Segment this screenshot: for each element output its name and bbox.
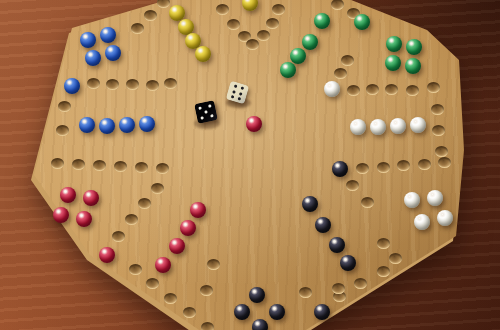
- marble-black[interactable]: [249, 287, 265, 303]
- board-hole[interactable]: [144, 10, 157, 21]
- board-hole[interactable]: [51, 158, 64, 169]
- marble-green[interactable]: [314, 13, 330, 29]
- board-hole[interactable]: [114, 161, 127, 172]
- marble-green[interactable]: [354, 14, 370, 30]
- marble-red[interactable]: [60, 187, 76, 203]
- marble-blue[interactable]: [79, 117, 95, 133]
- marble-blue[interactable]: [105, 45, 121, 61]
- die-pip: [204, 110, 208, 114]
- marble-green[interactable]: [280, 62, 296, 78]
- board-hole[interactable]: [385, 84, 398, 95]
- marble-red[interactable]: [246, 116, 262, 132]
- board-hole[interactable]: [341, 55, 354, 66]
- marble-blue[interactable]: [100, 27, 116, 43]
- marble-black[interactable]: [315, 217, 331, 233]
- marble-blue[interactable]: [64, 78, 80, 94]
- board-hole[interactable]: [377, 162, 390, 173]
- die-pip: [200, 116, 204, 120]
- marble-white[interactable]: [390, 118, 406, 134]
- board-hole[interactable]: [272, 4, 285, 15]
- board-hole[interactable]: [138, 198, 151, 209]
- marble-white[interactable]: [350, 119, 366, 135]
- marble-black[interactable]: [234, 304, 250, 320]
- die-pip: [210, 114, 214, 118]
- marble-red[interactable]: [99, 247, 115, 263]
- marble-white[interactable]: [370, 119, 386, 135]
- board-hole[interactable]: [129, 264, 142, 275]
- board-hole[interactable]: [201, 322, 214, 330]
- board-hole[interactable]: [331, 0, 344, 10]
- board-hole[interactable]: [58, 101, 71, 112]
- board-hole[interactable]: [354, 278, 367, 289]
- marble-green[interactable]: [302, 34, 318, 50]
- board-hole[interactable]: [227, 19, 240, 30]
- board-hole[interactable]: [435, 146, 448, 157]
- board-hole[interactable]: [377, 238, 390, 249]
- board-hole[interactable]: [299, 287, 312, 298]
- board-hole[interactable]: [361, 197, 374, 208]
- board-hole[interactable]: [164, 293, 177, 304]
- board-hole[interactable]: [112, 231, 125, 242]
- die-pip: [208, 104, 212, 108]
- die-black[interactable]: [194, 100, 218, 124]
- marble-green[interactable]: [385, 55, 401, 71]
- board-hole[interactable]: [406, 85, 419, 96]
- board-hole[interactable]: [157, 0, 170, 8]
- board-hole[interactable]: [438, 157, 451, 168]
- die-pip: [230, 94, 234, 98]
- marble-red[interactable]: [180, 220, 196, 236]
- board-hole[interactable]: [257, 30, 270, 41]
- marble-red[interactable]: [190, 202, 206, 218]
- marble-white[interactable]: [427, 190, 443, 206]
- board-hole[interactable]: [87, 78, 100, 89]
- marble-blue[interactable]: [139, 116, 155, 132]
- board-hole[interactable]: [131, 23, 144, 34]
- board-hole[interactable]: [346, 180, 359, 191]
- board-hole[interactable]: [146, 278, 159, 289]
- marble-green[interactable]: [386, 36, 402, 52]
- board-hole[interactable]: [56, 125, 69, 136]
- marble-green[interactable]: [290, 48, 306, 64]
- die-pip: [237, 96, 241, 100]
- board-hole[interactable]: [135, 162, 148, 173]
- marble-red[interactable]: [53, 207, 69, 223]
- marble-red[interactable]: [169, 238, 185, 254]
- board-hole[interactable]: [216, 4, 229, 15]
- board-hole[interactable]: [432, 125, 445, 136]
- board-hole[interactable]: [164, 78, 177, 89]
- marble-yellow[interactable]: [242, 0, 258, 11]
- board-hole[interactable]: [431, 104, 444, 115]
- board-scene: [0, 0, 500, 330]
- die-pip: [231, 89, 235, 93]
- marble-white[interactable]: [437, 210, 453, 226]
- board-hole[interactable]: [72, 159, 85, 170]
- board-hole[interactable]: [156, 163, 169, 174]
- marble-black[interactable]: [302, 196, 318, 212]
- marble-white[interactable]: [414, 214, 430, 230]
- die-pip: [198, 106, 202, 110]
- die-pip: [240, 86, 244, 90]
- marble-black[interactable]: [332, 161, 348, 177]
- board-hole[interactable]: [183, 307, 196, 318]
- die-pip: [233, 84, 237, 88]
- board-hole[interactable]: [377, 266, 390, 277]
- board-hole[interactable]: [332, 283, 345, 294]
- marble-black[interactable]: [340, 255, 356, 271]
- marble-red[interactable]: [83, 190, 99, 206]
- die-pip: [239, 91, 243, 95]
- board-hole[interactable]: [427, 82, 440, 93]
- marble-white[interactable]: [324, 81, 340, 97]
- board-hole[interactable]: [126, 79, 139, 90]
- marble-green[interactable]: [405, 58, 421, 74]
- board-hole[interactable]: [125, 214, 138, 225]
- board-hole[interactable]: [356, 163, 369, 174]
- board-hole[interactable]: [366, 84, 379, 95]
- photo-frame: [0, 0, 500, 330]
- marble-blue[interactable]: [85, 50, 101, 66]
- marble-black[interactable]: [269, 304, 285, 320]
- marble-blue[interactable]: [119, 117, 135, 133]
- board-hole[interactable]: [200, 285, 213, 296]
- board-hole[interactable]: [93, 160, 106, 171]
- marble-green[interactable]: [406, 39, 422, 55]
- marble-black[interactable]: [314, 304, 330, 320]
- board-hole[interactable]: [207, 259, 220, 270]
- board-hole[interactable]: [389, 253, 402, 264]
- marble-black[interactable]: [329, 237, 345, 253]
- marble-yellow[interactable]: [195, 46, 211, 62]
- marble-white[interactable]: [410, 117, 426, 133]
- marble-red[interactable]: [76, 211, 92, 227]
- board-hole[interactable]: [418, 159, 431, 170]
- board-hole[interactable]: [397, 160, 410, 171]
- marble-blue[interactable]: [80, 32, 96, 48]
- board-hole[interactable]: [246, 39, 259, 50]
- marble-red[interactable]: [155, 257, 171, 273]
- board-hole[interactable]: [266, 18, 279, 29]
- board-hole[interactable]: [106, 79, 119, 90]
- marble-black[interactable]: [252, 319, 268, 330]
- board-hole[interactable]: [146, 80, 159, 91]
- marble-white[interactable]: [404, 192, 420, 208]
- marble-blue[interactable]: [99, 118, 115, 134]
- board-hole[interactable]: [151, 183, 164, 194]
- board-hole[interactable]: [334, 68, 347, 79]
- board-hole[interactable]: [347, 85, 360, 96]
